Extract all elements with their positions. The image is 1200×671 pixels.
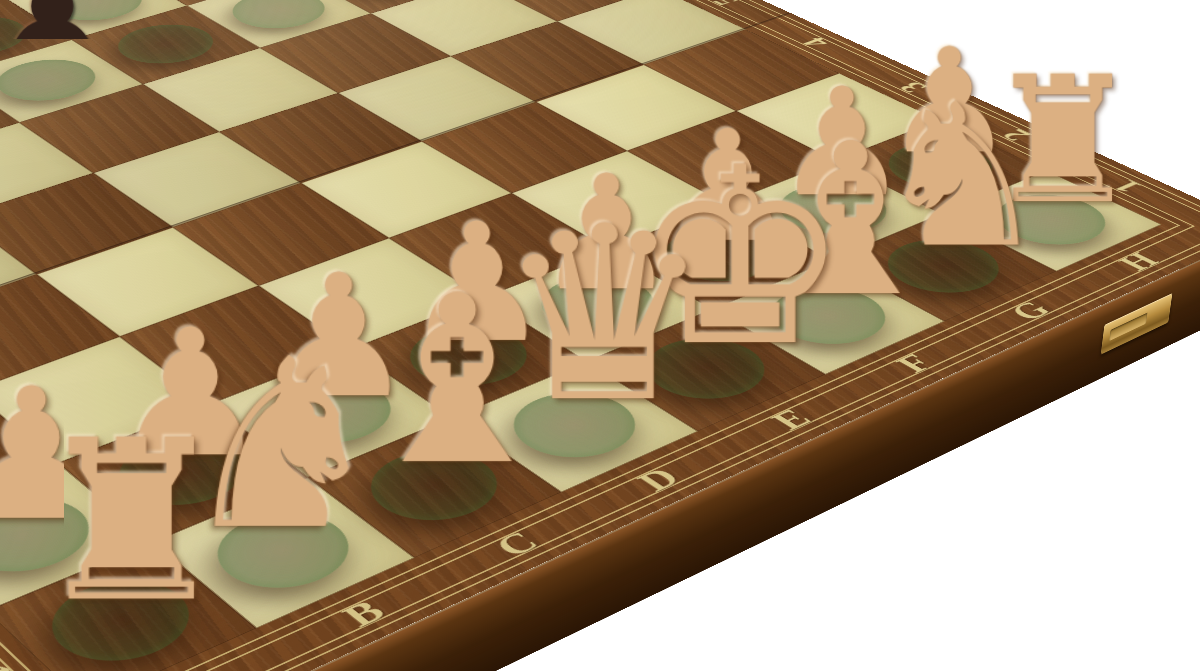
brass-clasp bbox=[1101, 293, 1173, 355]
perspective-scene: ♜♞♝♛♚♝♞♜♟♟♟♟♟♟♟♟♟♟♟♟♟♟♟♟♜♞♝♛♚♝♞♜ ABCDEFG… bbox=[0, 0, 1200, 671]
chess-set-photo: ♜♞♝♛♚♝♞♜♟♟♟♟♟♟♟♟♟♟♟♟♟♟♟♟♜♞♝♛♚♝♞♜ ABCDEFG… bbox=[0, 0, 1200, 671]
piece-black-pawn-d7[interactable]: ♟ bbox=[0, 0, 122, 84]
piece-black-pawn-e7[interactable]: ♟ bbox=[104, 0, 240, 48]
square-a1[interactable]: ♜ bbox=[0, 542, 257, 671]
piece-white-rook-a1[interactable]: ♜ bbox=[32, 417, 228, 628]
board: ♜♞♝♛♚♝♞♜♟♟♟♟♟♟♟♟♟♟♟♟♟♟♟♟♜♞♝♛♚♝♞♜ ABCDEFG… bbox=[0, 0, 1200, 671]
